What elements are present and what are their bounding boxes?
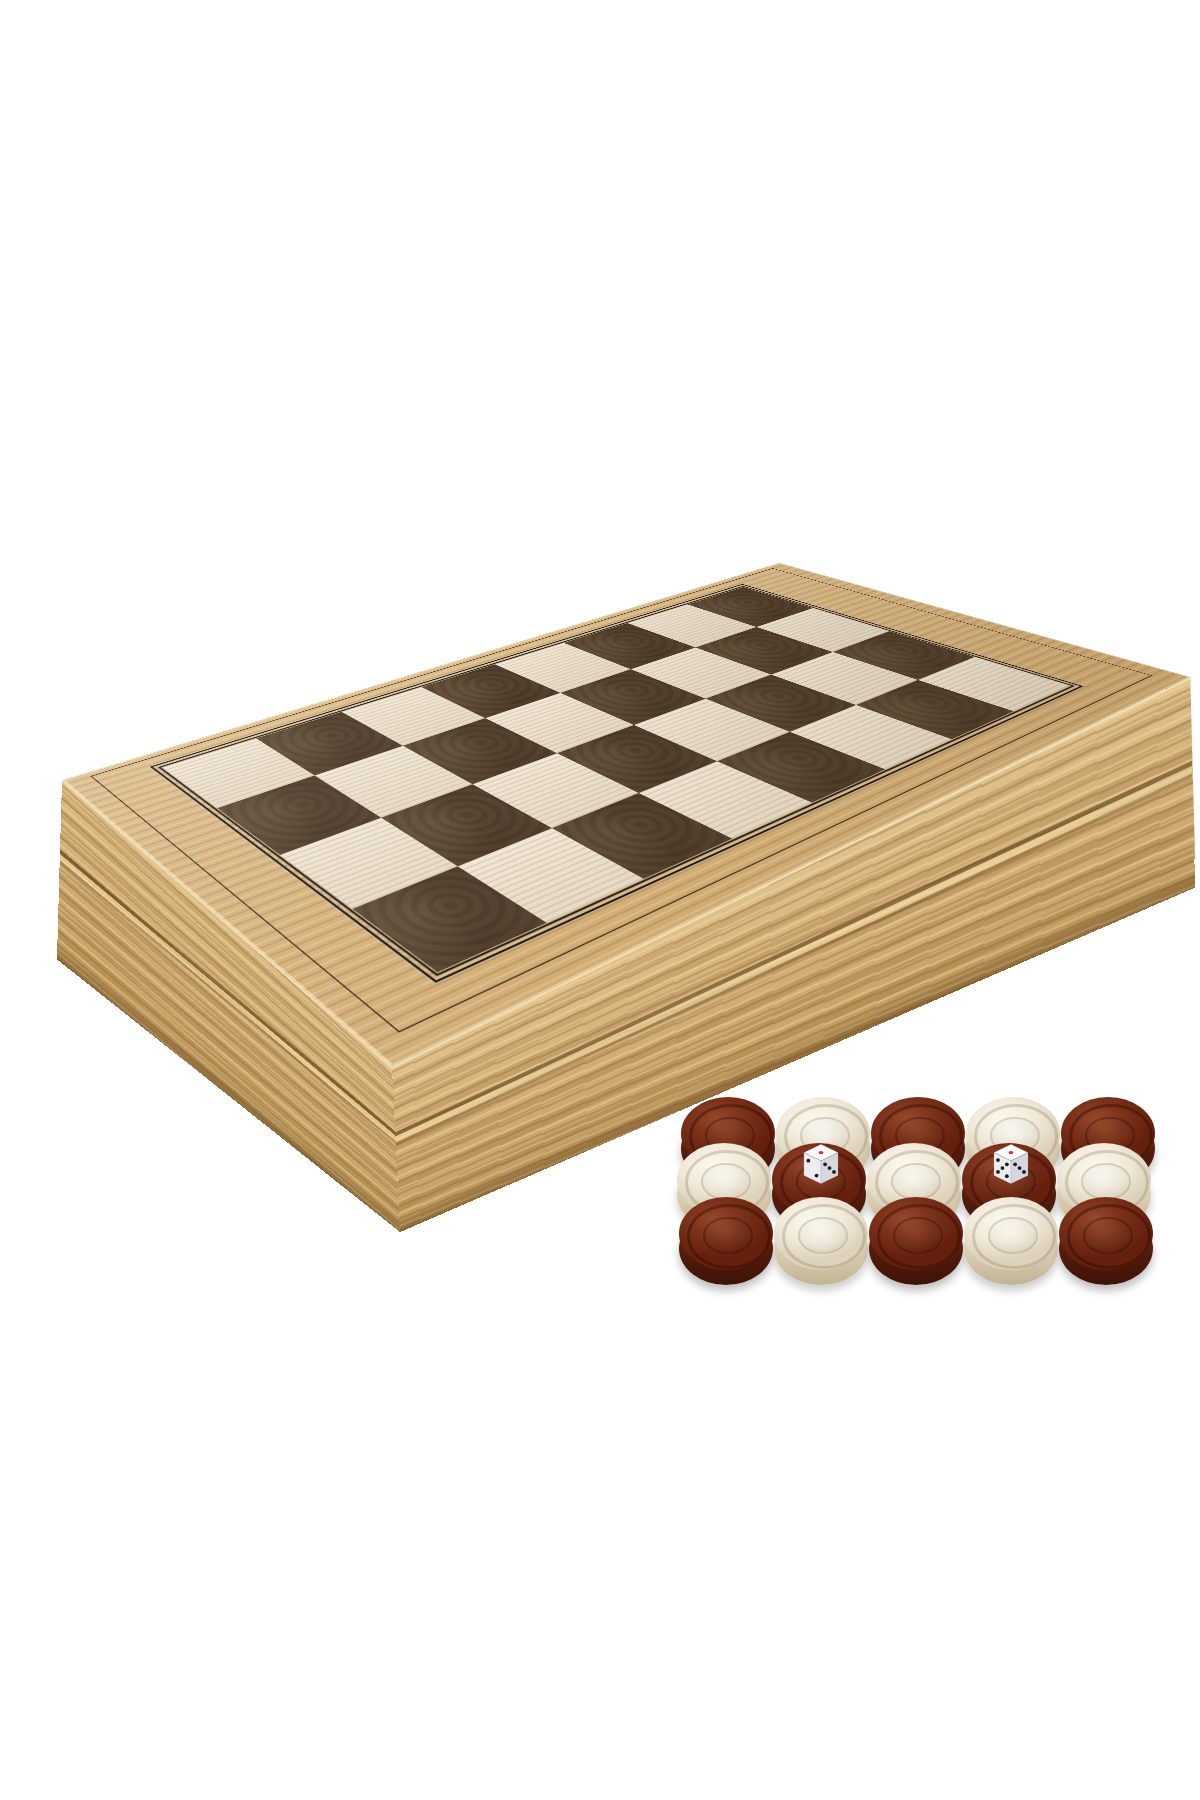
checker-ivory [774, 1197, 868, 1287]
checker-top [869, 1197, 963, 1270]
checker-side [964, 1212, 1058, 1285]
checker-side [776, 1112, 870, 1185]
checker-top [867, 1143, 961, 1216]
checker-top [679, 1197, 773, 1270]
checker-top [871, 1097, 965, 1170]
checker-side [871, 1112, 965, 1185]
checker-side [774, 1212, 868, 1285]
checker-brown [962, 1143, 1056, 1233]
checker-side [772, 1158, 866, 1231]
checker-top [1057, 1143, 1151, 1216]
checker-side [962, 1158, 1056, 1231]
checker-brown [1059, 1197, 1153, 1287]
checker-top [1061, 1097, 1155, 1170]
checker-top [964, 1197, 1058, 1270]
checker-side [679, 1212, 773, 1285]
checker-side [869, 1212, 963, 1285]
product-photo-stage [0, 0, 1200, 1800]
checker-top [677, 1143, 771, 1216]
checker-side [681, 1112, 775, 1185]
die-faces [802, 1143, 840, 1185]
checker-ivory [964, 1197, 1058, 1287]
checker-top [681, 1097, 775, 1170]
checker-brown [772, 1143, 866, 1233]
checker-ivory [677, 1143, 771, 1233]
die-2 [992, 1143, 1030, 1185]
checker-ivory [1057, 1143, 1151, 1233]
checker-brown [681, 1097, 775, 1187]
checker-side [1059, 1212, 1153, 1285]
checker-top [774, 1197, 868, 1270]
checker-side [966, 1112, 1060, 1185]
checker-top [776, 1097, 870, 1170]
checker-brown [869, 1197, 963, 1287]
checker-top [962, 1143, 1056, 1216]
checker-brown [871, 1097, 965, 1187]
checker-side [867, 1158, 961, 1231]
checker-top [966, 1097, 1060, 1170]
checker-top [772, 1143, 866, 1216]
checker-brown [1061, 1097, 1155, 1187]
checker-top [1059, 1197, 1153, 1270]
checker-side [677, 1158, 771, 1231]
checker-side [1061, 1112, 1155, 1185]
checker-ivory [867, 1143, 961, 1233]
die-faces [992, 1143, 1030, 1185]
checker-ivory [966, 1097, 1060, 1187]
checker-brown [679, 1197, 773, 1287]
checker-ivory [776, 1097, 870, 1187]
die-1 [802, 1143, 840, 1185]
checker-side [1057, 1158, 1151, 1231]
